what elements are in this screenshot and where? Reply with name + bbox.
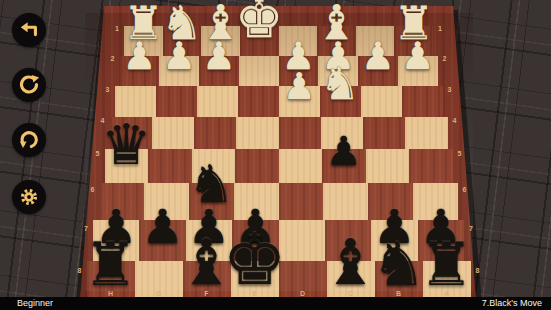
square-e5[interactable] bbox=[235, 149, 279, 183]
rotate-ccw-button[interactable] bbox=[12, 123, 46, 157]
piece-black-pawn-c5[interactable]: ♟ bbox=[326, 131, 362, 171]
app-screen: Beginner 7.Black's Move HGFEDCBA11223344… bbox=[0, 0, 551, 310]
rotate-ccw-icon bbox=[18, 129, 40, 151]
piece-white-pawn-h2[interactable]: ♟ bbox=[122, 37, 156, 75]
square-f4[interactable] bbox=[194, 117, 236, 149]
piece-white-knight-c3[interactable]: ♞ bbox=[320, 61, 360, 106]
square-c6[interactable] bbox=[323, 183, 368, 220]
file-label-g: G bbox=[156, 290, 161, 297]
move-indicator: 7.Black's Move bbox=[482, 297, 551, 310]
square-b5[interactable] bbox=[366, 149, 410, 183]
square-a3[interactable] bbox=[402, 86, 443, 117]
square-e2[interactable] bbox=[239, 56, 279, 86]
square-b4[interactable] bbox=[363, 117, 405, 149]
square-g5[interactable] bbox=[148, 149, 192, 183]
settings-button[interactable] bbox=[12, 180, 46, 214]
piece-white-pawn-d3[interactable]: ♟ bbox=[282, 68, 315, 105]
square-e3[interactable] bbox=[238, 86, 279, 117]
board-rank-3 bbox=[115, 86, 443, 117]
rank-label-left-8: 8 bbox=[78, 266, 82, 273]
file-label-d: D bbox=[300, 290, 305, 297]
rank-label-left-6: 6 bbox=[91, 185, 95, 192]
rank-label-left-3: 3 bbox=[106, 85, 110, 92]
rank-label-right-2: 2 bbox=[443, 55, 447, 62]
square-e4[interactable] bbox=[236, 117, 278, 149]
piece-black-king-e8[interactable]: ♚ bbox=[223, 224, 287, 295]
square-g4[interactable] bbox=[152, 117, 194, 149]
piece-black-queen-h5[interactable]: ♛ bbox=[101, 117, 151, 173]
back-button[interactable] bbox=[12, 13, 46, 47]
piece-white-pawn-a2[interactable]: ♟ bbox=[401, 37, 435, 75]
rank-label-right-1: 1 bbox=[438, 25, 442, 32]
piece-black-rook-a8[interactable]: ♜ bbox=[420, 234, 474, 294]
square-d6[interactable] bbox=[279, 183, 324, 220]
piece-black-knight-b8[interactable]: ♞ bbox=[371, 233, 426, 294]
rank-label-left-5: 5 bbox=[96, 150, 100, 157]
rank-label-right-8: 8 bbox=[476, 266, 480, 273]
piece-white-king-e1[interactable]: ♚ bbox=[235, 0, 283, 46]
back-arrow-icon bbox=[18, 19, 40, 41]
piece-black-rook-h8[interactable]: ♜ bbox=[84, 234, 138, 294]
piece-white-pawn-g2[interactable]: ♟ bbox=[162, 37, 196, 75]
square-d4[interactable] bbox=[279, 117, 321, 149]
square-g3[interactable] bbox=[156, 86, 197, 117]
square-a5[interactable] bbox=[409, 149, 453, 183]
rank-label-right-5: 5 bbox=[458, 150, 462, 157]
board-rank-4 bbox=[110, 117, 448, 149]
board-rank-5 bbox=[105, 149, 453, 183]
piece-white-pawn-f2[interactable]: ♟ bbox=[202, 37, 236, 75]
rank-label-right-6: 6 bbox=[463, 185, 467, 192]
difficulty-label: Beginner bbox=[0, 297, 53, 310]
rank-label-left-1: 1 bbox=[115, 25, 119, 32]
rank-label-right-3: 3 bbox=[448, 85, 452, 92]
rotate-cw-icon bbox=[18, 74, 40, 96]
square-a4[interactable] bbox=[405, 117, 447, 149]
piece-white-pawn-b2[interactable]: ♟ bbox=[361, 37, 395, 75]
rotate-cw-button[interactable] bbox=[12, 68, 46, 102]
square-d5[interactable] bbox=[279, 149, 323, 183]
rank-label-left-2: 2 bbox=[111, 55, 115, 62]
square-b3[interactable] bbox=[361, 86, 402, 117]
rank-label-right-4: 4 bbox=[453, 117, 457, 124]
square-f3[interactable] bbox=[197, 86, 238, 117]
gear-icon bbox=[18, 186, 40, 208]
